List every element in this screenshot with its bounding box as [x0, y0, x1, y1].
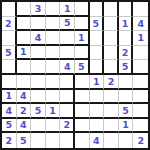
cell-r2c5[interactable]: 5: [60, 17, 75, 32]
cell-r3c3[interactable]: 4: [31, 31, 46, 46]
cell-r5c6[interactable]: 5: [75, 60, 90, 75]
cell-r9c2[interactable]: 4: [17, 119, 32, 134]
cell-r4c6[interactable]: [75, 46, 90, 61]
cell-r7c9[interactable]: [119, 90, 134, 105]
cell-r8c9[interactable]: 5: [119, 104, 134, 119]
cell-r3c9[interactable]: [119, 31, 134, 46]
cell-r3c10[interactable]: 1: [133, 31, 148, 46]
cell-r2c9[interactable]: 1: [119, 17, 134, 32]
cell-r1c5[interactable]: 1: [60, 2, 75, 17]
cell-r1c2[interactable]: [17, 2, 32, 17]
cell-r6c6[interactable]: [75, 75, 90, 90]
cell-r6c5[interactable]: [60, 75, 75, 90]
cell-r2c3[interactable]: [31, 17, 46, 32]
cell-r6c7[interactable]: 1: [90, 75, 105, 90]
cell-r5c10[interactable]: [133, 60, 148, 75]
cell-r8c6[interactable]: [75, 104, 90, 119]
cell-r9c6[interactable]: [75, 119, 90, 134]
cell-r5c9[interactable]: 5: [119, 60, 134, 75]
cell-r9c8[interactable]: [104, 119, 119, 134]
cell-r10c7[interactable]: 4: [90, 133, 105, 148]
cell-r3c6[interactable]: 1: [75, 31, 90, 46]
cell-r7c6[interactable]: [75, 90, 90, 105]
cell-r8c2[interactable]: 2: [17, 104, 32, 119]
cell-r5c4[interactable]: [46, 60, 61, 75]
cell-r2c2[interactable]: [17, 17, 32, 32]
cell-r1c4[interactable]: [46, 2, 61, 17]
cell-r7c7[interactable]: [90, 90, 105, 105]
cell-r3c5[interactable]: [60, 31, 75, 46]
cell-r7c5[interactable]: [60, 90, 75, 105]
cell-r5c1[interactable]: [2, 60, 17, 75]
cell-r6c4[interactable]: [46, 75, 61, 90]
cell-r8c5[interactable]: [60, 104, 75, 119]
cell-r6c2[interactable]: [17, 75, 32, 90]
cell-r7c3[interactable]: [31, 90, 46, 105]
cell-r8c4[interactable]: 1: [46, 104, 61, 119]
cell-r5c2[interactable]: [17, 60, 32, 75]
cell-r3c7[interactable]: [90, 31, 105, 46]
cell-r4c9[interactable]: 2: [119, 46, 134, 61]
cell-r4c10[interactable]: [133, 46, 148, 61]
cell-r2c6[interactable]: [75, 17, 90, 32]
cell-r2c1[interactable]: 2: [2, 17, 17, 32]
cell-r10c6[interactable]: [75, 133, 90, 148]
cell-r7c1[interactable]: 1: [2, 90, 17, 105]
cell-r4c7[interactable]: [90, 46, 105, 61]
cell-r7c8[interactable]: [104, 90, 119, 105]
cell-r4c8[interactable]: [104, 46, 119, 61]
cell-r1c7[interactable]: [90, 2, 105, 17]
cell-r8c7[interactable]: [90, 104, 105, 119]
cell-r9c3[interactable]: [31, 119, 46, 134]
cell-r2c10[interactable]: 4: [133, 17, 148, 32]
cell-r6c1[interactable]: [2, 75, 17, 90]
cell-r1c6[interactable]: [75, 2, 90, 17]
cell-r2c8[interactable]: [104, 17, 119, 32]
cell-r1c8[interactable]: [104, 2, 119, 17]
cell-r1c1[interactable]: [2, 2, 17, 17]
cell-r10c10[interactable]: 2: [133, 133, 148, 148]
cell-r10c3[interactable]: [31, 133, 46, 148]
cell-r1c3[interactable]: 3: [31, 2, 46, 17]
cell-r5c5[interactable]: 4: [60, 60, 75, 75]
cell-r4c3[interactable]: [31, 46, 46, 61]
cell-r6c9[interactable]: [119, 75, 134, 90]
cell-r3c8[interactable]: [104, 31, 119, 46]
cell-r9c4[interactable]: [46, 119, 61, 134]
cell-r9c1[interactable]: 5: [2, 119, 17, 134]
cell-r6c8[interactable]: 2: [104, 75, 119, 90]
cell-r3c4[interactable]: [46, 31, 61, 46]
cell-r5c3[interactable]: [31, 60, 46, 75]
cell-r3c2[interactable]: [17, 31, 32, 46]
cell-r2c4[interactable]: [46, 17, 61, 32]
cell-r9c10[interactable]: [133, 119, 148, 134]
cell-r10c9[interactable]: [119, 133, 134, 148]
cell-r6c3[interactable]: [31, 75, 46, 90]
cell-r10c1[interactable]: 2: [2, 133, 17, 148]
cell-r10c2[interactable]: 5: [17, 133, 32, 148]
cell-r7c2[interactable]: 4: [17, 90, 32, 105]
cell-r9c5[interactable]: 2: [60, 119, 75, 134]
puzzle-board: 312551441151245512144251554212542: [0, 0, 150, 150]
cell-r1c10[interactable]: [133, 2, 148, 17]
cell-r8c1[interactable]: 4: [2, 104, 17, 119]
cell-r3c1[interactable]: [2, 31, 17, 46]
puzzle-page: 312551441151245512144251554212542: [0, 0, 150, 150]
cell-r1c9[interactable]: [119, 2, 134, 17]
cell-r8c8[interactable]: [104, 104, 119, 119]
cell-r7c4[interactable]: [46, 90, 61, 105]
cell-r10c4[interactable]: [46, 133, 61, 148]
cell-r9c9[interactable]: 1: [119, 119, 134, 134]
cell-r8c3[interactable]: 5: [31, 104, 46, 119]
cell-r5c8[interactable]: [104, 60, 119, 75]
cell-r4c2[interactable]: 1: [17, 46, 32, 61]
cell-r10c8[interactable]: [104, 133, 119, 148]
cell-r7c10[interactable]: [133, 90, 148, 105]
cell-r4c1[interactable]: 5: [2, 46, 17, 61]
cell-r8c10[interactable]: [133, 104, 148, 119]
cell-r10c5[interactable]: [60, 133, 75, 148]
cell-r5c7[interactable]: [90, 60, 105, 75]
cell-r9c7[interactable]: [90, 119, 105, 134]
cell-r4c4[interactable]: [46, 46, 61, 61]
cell-r4c5[interactable]: [60, 46, 75, 61]
cell-r2c7[interactable]: 5: [90, 17, 105, 32]
cell-r6c10[interactable]: [133, 75, 148, 90]
